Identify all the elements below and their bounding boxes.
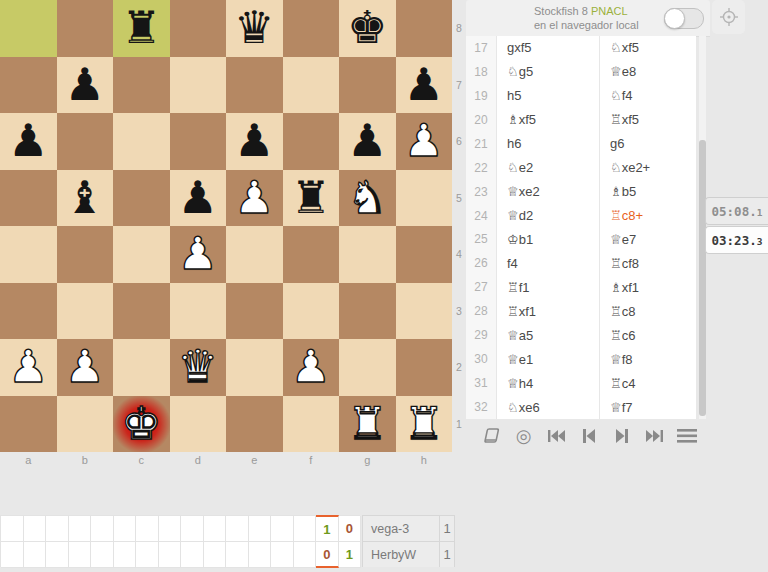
move-black-17[interactable]: ♘xf5 — [600, 36, 696, 60]
player-total-HerbyW: 1 — [440, 542, 454, 567]
square-b1[interactable] — [57, 396, 114, 453]
square-f3[interactable] — [283, 283, 340, 340]
engine-name: Stockfish 8 — [534, 5, 588, 17]
square-f8[interactable] — [283, 0, 340, 57]
piece-black-pawn[interactable]: ♟ — [0, 113, 57, 170]
player-name-vega-3[interactable]: vega-3 — [363, 516, 440, 541]
crosstable-result-vega-3-round1[interactable]: 1 — [316, 515, 339, 542]
square-g8[interactable]: ♚ — [339, 0, 396, 57]
engine-header: Stockfish 8 PNACL en el navegador local — [466, 0, 710, 37]
piece-white-pawn[interactable]: ♟ — [226, 170, 283, 227]
rank-label-7: 7 — [452, 57, 466, 114]
square-g1[interactable]: ♜ — [339, 396, 396, 453]
move-number-31: 31 — [466, 371, 497, 395]
engine-toggle[interactable] — [664, 8, 704, 29]
square-f1[interactable] — [283, 396, 340, 453]
engine-subtitle: en el navegador local — [534, 18, 639, 32]
square-f6[interactable] — [283, 113, 340, 170]
move-toolbar: ◎ — [466, 419, 712, 452]
square-g4[interactable] — [339, 226, 396, 283]
rank-labels: 87654321 — [452, 0, 466, 452]
last-move-icon — [646, 429, 663, 443]
square-d3[interactable] — [170, 283, 227, 340]
clock-top-time: 05:08. — [712, 204, 757, 219]
move-number-22: 22 — [466, 156, 497, 180]
engine-badge: PNACL — [591, 5, 628, 17]
crosstable-result-vega-3-round2[interactable]: 0 — [339, 516, 362, 542]
square-f5[interactable]: ♜ — [283, 170, 340, 227]
move-white-31[interactable]: ♕h4 — [497, 371, 600, 395]
move-white-28[interactable]: ♖xf1 — [497, 299, 600, 323]
move-black-19[interactable]: ♘f4 — [600, 84, 696, 108]
file-label-f: f — [283, 452, 340, 469]
square-b3[interactable] — [57, 283, 114, 340]
move-black-27[interactable]: ♗xf1 — [600, 275, 696, 299]
move-black-24[interactable]: ♖c8+ — [600, 204, 696, 228]
crosstable-empty-cell — [136, 516, 159, 542]
piece-white-rook[interactable]: ♜ — [339, 396, 396, 453]
square-e4[interactable] — [226, 226, 283, 283]
clock-top-tenths: 1 — [757, 207, 763, 218]
crosstable-empty-cell — [271, 542, 294, 568]
square-c4[interactable] — [113, 226, 170, 283]
move-black-20[interactable]: ♖xf5 — [600, 108, 696, 132]
square-h3[interactable] — [396, 283, 453, 340]
player-name-HerbyW[interactable]: HerbyW — [363, 542, 440, 567]
piece-white-pawn[interactable]: ♟ — [0, 339, 57, 396]
file-labels: abcdefgh — [0, 452, 452, 469]
crosstable-result-HerbyW-round2[interactable]: 1 — [339, 542, 362, 568]
square-h2[interactable] — [396, 339, 453, 396]
target-button[interactable]: ◎ — [511, 424, 537, 448]
piece-white-king[interactable]: ♚ — [113, 396, 170, 453]
square-a3[interactable] — [0, 283, 57, 340]
square-e6[interactable]: ♟ — [226, 113, 283, 170]
square-c5[interactable] — [113, 170, 170, 227]
square-g2[interactable] — [339, 339, 396, 396]
piece-white-pawn[interactable]: ♟ — [170, 226, 227, 283]
square-b6[interactable] — [57, 113, 114, 170]
rank-label-2: 2 — [452, 339, 466, 396]
square-g5[interactable]: ♞ — [339, 170, 396, 227]
file-label-a: a — [0, 452, 57, 469]
square-h6[interactable]: ♟ — [396, 113, 453, 170]
square-f2[interactable]: ♟ — [283, 339, 340, 396]
move-black-30[interactable]: ♕f8 — [600, 347, 696, 371]
crosshair-icon — [719, 7, 739, 27]
piece-black-rook[interactable]: ♜ — [113, 0, 170, 57]
piece-white-knight[interactable]: ♞ — [339, 170, 396, 227]
move-number-26: 26 — [466, 251, 497, 275]
square-c8[interactable]: ♜ — [113, 0, 170, 57]
file-label-g: g — [339, 452, 396, 469]
square-c3[interactable] — [113, 283, 170, 340]
move-black-28[interactable]: ♖c8 — [600, 299, 696, 323]
move-white-22[interactable]: ♘e2 — [497, 156, 600, 180]
crosstable: 1001 — [0, 515, 360, 567]
move-number-28: 28 — [466, 299, 497, 323]
move-black-21[interactable]: g6 — [600, 132, 696, 156]
crosstable-empty-cell — [24, 542, 47, 568]
square-a2[interactable]: ♟ — [0, 339, 57, 396]
square-h5[interactable] — [396, 170, 453, 227]
square-e3[interactable] — [226, 283, 283, 340]
move-black-22[interactable]: ♘xe2+ — [600, 156, 696, 180]
crosstable-empty-cell — [114, 516, 137, 542]
crosstable-result-HerbyW-round1[interactable]: 0 — [316, 542, 339, 568]
move-white-25[interactable]: ♔b1 — [497, 228, 600, 252]
piece-black-rook[interactable]: ♜ — [283, 170, 340, 227]
prev-move-icon — [582, 428, 596, 444]
crosstable-empty-cell — [181, 516, 204, 542]
move-number-21: 21 — [466, 132, 497, 156]
rank-label-6: 6 — [452, 113, 466, 170]
move-white-26[interactable]: f4 — [497, 251, 600, 275]
crosstable-empty-cell — [226, 542, 249, 568]
crosstable-empty-cell — [24, 516, 47, 542]
square-c7[interactable] — [113, 57, 170, 114]
crosstable-empty-cell — [181, 542, 204, 568]
player-total-vega-3: 1 — [440, 516, 454, 541]
square-d1[interactable] — [170, 396, 227, 453]
first-move-button[interactable] — [543, 424, 569, 448]
move-white-30[interactable]: ♕e1 — [497, 347, 600, 371]
move-white-32[interactable]: ♘xe6 — [497, 395, 600, 419]
square-a8[interactable] — [0, 0, 57, 57]
square-d5[interactable]: ♟ — [170, 170, 227, 227]
square-d8[interactable] — [170, 0, 227, 57]
square-b4[interactable] — [57, 226, 114, 283]
move-white-17[interactable]: gxf5 — [497, 36, 600, 60]
prev-move-button[interactable] — [576, 424, 602, 448]
rank-label-5: 5 — [452, 170, 466, 227]
square-g3[interactable] — [339, 283, 396, 340]
crosstable-empty-cell — [249, 542, 272, 568]
move-black-18[interactable]: ♕e8 — [600, 60, 696, 84]
move-white-21[interactable]: h6 — [497, 132, 600, 156]
move-number-27: 27 — [466, 275, 497, 299]
piece-black-pawn[interactable]: ♟ — [170, 170, 227, 227]
square-g7[interactable] — [339, 57, 396, 114]
crosstable-empty-cell — [46, 542, 69, 568]
engine-info: Stockfish 8 PNACL en el navegador local — [534, 4, 639, 32]
crosstable-empty-cell — [159, 542, 182, 568]
square-e8[interactable]: ♛ — [226, 0, 283, 57]
move-number-23: 23 — [466, 180, 497, 204]
square-b8[interactable] — [57, 0, 114, 57]
menu-button[interactable] — [674, 424, 700, 448]
menu-icon — [677, 429, 697, 443]
crosstable-empty-cell — [294, 542, 317, 568]
goal-button[interactable] — [712, 0, 745, 34]
square-a1[interactable] — [0, 396, 57, 453]
square-g6[interactable]: ♟ — [339, 113, 396, 170]
square-a7[interactable] — [0, 57, 57, 114]
toggle-knob — [664, 8, 685, 29]
move-number-18: 18 — [466, 60, 497, 84]
square-d6[interactable] — [170, 113, 227, 170]
clock-bottom-tenths: 3 — [757, 236, 763, 247]
move-black-29[interactable]: ♖c6 — [600, 323, 696, 347]
piece-white-pawn[interactable]: ♟ — [283, 339, 340, 396]
square-b7[interactable]: ♟ — [57, 57, 114, 114]
next-move-icon — [615, 428, 629, 444]
move-number-17: 17 — [466, 36, 497, 60]
square-a5[interactable] — [0, 170, 57, 227]
file-label-e: e — [226, 452, 283, 469]
move-number-32: 32 — [466, 395, 497, 419]
crosstable-player-row: HerbyW1 — [363, 542, 454, 567]
crosstable-empty-cell — [204, 516, 227, 542]
square-c1[interactable]: ♚ — [113, 396, 170, 453]
file-label-c: c — [113, 452, 170, 469]
square-f7[interactable] — [283, 57, 340, 114]
crosstable-player-row: vega-31 — [363, 516, 454, 542]
file-label-b: b — [57, 452, 114, 469]
clock-top: 05:08.1 — [705, 197, 768, 225]
piece-black-bishop[interactable]: ♝ — [57, 170, 114, 227]
crosstable-empty-cell — [294, 516, 317, 542]
crosstable-empty-cell — [114, 542, 137, 568]
square-a6[interactable]: ♟ — [0, 113, 57, 170]
square-h4[interactable] — [396, 226, 453, 283]
square-f4[interactable] — [283, 226, 340, 283]
move-white-29[interactable]: ♕a5 — [497, 323, 600, 347]
square-e2[interactable] — [226, 339, 283, 396]
piece-black-pawn[interactable]: ♟ — [396, 57, 453, 114]
square-d4[interactable]: ♟ — [170, 226, 227, 283]
square-c6[interactable] — [113, 113, 170, 170]
piece-black-queen[interactable]: ♛ — [226, 0, 283, 57]
move-number-20: 20 — [466, 108, 497, 132]
crosstable-empty-cell — [136, 542, 159, 568]
move-black-23[interactable]: ♗b5 — [600, 180, 696, 204]
crosstable-players: vega-31HerbyW1 — [362, 515, 455, 567]
piece-black-pawn[interactable]: ♟ — [226, 113, 283, 170]
move-number-24: 24 — [466, 204, 497, 228]
square-e5[interactable]: ♟ — [226, 170, 283, 227]
crosstable-empty-cell — [226, 516, 249, 542]
rank-label-4: 4 — [452, 226, 466, 283]
move-white-27[interactable]: ♖f1 — [497, 275, 600, 299]
move-number-25: 25 — [466, 228, 497, 252]
square-c2[interactable] — [113, 339, 170, 396]
piece-white-rook[interactable]: ♜ — [396, 396, 453, 453]
move-black-26[interactable]: ♖cf8 — [600, 251, 696, 275]
first-move-icon — [548, 429, 565, 443]
move-white-18[interactable]: ♘g5 — [497, 60, 600, 84]
crosstable-empty-cell — [1, 542, 24, 568]
crosstable-empty-cell — [204, 542, 227, 568]
piece-white-queen[interactable]: ♛ — [170, 339, 227, 396]
chess-board[interactable]: ♜♛♚♟♟♟♟♟♟♝♟♟♜♞♟♟♟♛♟♚♜♜ — [0, 0, 452, 452]
crosstable-empty-cell — [69, 542, 92, 568]
rank-label-3: 3 — [452, 283, 466, 340]
square-h7[interactable]: ♟ — [396, 57, 453, 114]
square-d2[interactable]: ♛ — [170, 339, 227, 396]
crosstable-empty-cell — [159, 516, 182, 542]
move-number-19: 19 — [466, 84, 497, 108]
piece-black-pawn[interactable]: ♟ — [339, 113, 396, 170]
crosstable-empty-cell — [46, 516, 69, 542]
file-label-d: d — [170, 452, 227, 469]
move-white-24[interactable]: ♕d2 — [497, 204, 600, 228]
square-b5[interactable]: ♝ — [57, 170, 114, 227]
square-h8[interactable] — [396, 0, 453, 57]
square-e7[interactable] — [226, 57, 283, 114]
piece-black-king[interactable]: ♚ — [339, 0, 396, 57]
clock-bottom-time: 03:23. — [712, 233, 757, 248]
crosstable-empty-cell — [249, 516, 272, 542]
book-button[interactable] — [478, 424, 504, 448]
scrollbar-thumb[interactable] — [699, 140, 706, 416]
crosstable-empty-cell — [69, 516, 92, 542]
move-black-31[interactable]: ♖c4 — [600, 371, 696, 395]
move-list: 17gxf5♘xf518♘g5♕e819h5♘f420♗xf5♖xf521h6g… — [466, 36, 696, 419]
square-b2[interactable]: ♟ — [57, 339, 114, 396]
square-a4[interactable] — [0, 226, 57, 283]
file-label-h: h — [396, 452, 453, 469]
crosstable-empty-cell — [91, 516, 114, 542]
square-h1[interactable]: ♜ — [396, 396, 453, 453]
move-black-32[interactable]: ♕f7 — [600, 395, 696, 419]
square-d7[interactable] — [170, 57, 227, 114]
crosstable-empty-cell — [271, 516, 294, 542]
move-white-20[interactable]: ♗xf5 — [497, 108, 600, 132]
piece-white-pawn[interactable]: ♟ — [57, 339, 114, 396]
last-move-button[interactable] — [641, 424, 667, 448]
next-move-button[interactable] — [609, 424, 635, 448]
move-black-25[interactable]: ♕e7 — [600, 228, 696, 252]
move-number-30: 30 — [466, 347, 497, 371]
piece-black-pawn[interactable]: ♟ — [57, 57, 114, 114]
clock-bottom: 03:23.3 — [705, 226, 768, 254]
move-number-29: 29 — [466, 323, 497, 347]
chess-app: ♜♛♚♟♟♟♟♟♟♝♟♟♜♞♟♟♟♛♟♚♜♜ 87654321 abcdefgh… — [0, 0, 768, 572]
rank-label-8: 8 — [452, 0, 466, 57]
crosstable-empty-cell — [1, 516, 24, 542]
crosstable-empty-cell — [91, 542, 114, 568]
book-icon — [482, 427, 500, 444]
move-white-23[interactable]: ♕xe2 — [497, 180, 600, 204]
rank-label-1: 1 — [452, 396, 466, 453]
target-icon: ◎ — [516, 426, 532, 446]
piece-white-pawn[interactable]: ♟ — [396, 113, 453, 170]
square-e1[interactable] — [226, 396, 283, 453]
move-white-19[interactable]: h5 — [497, 84, 600, 108]
